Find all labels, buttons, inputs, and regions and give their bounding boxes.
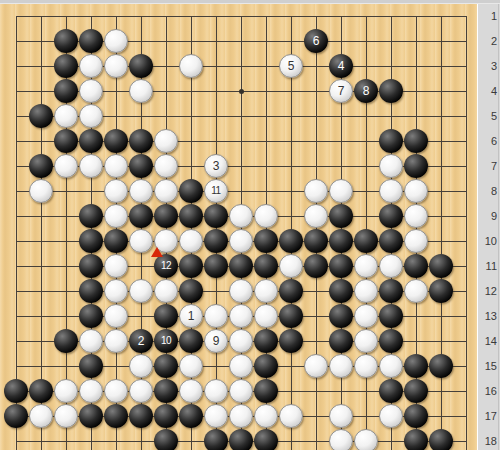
stone-white[interactable] (154, 129, 178, 153)
stone-black[interactable] (4, 404, 28, 428)
stone-white[interactable] (404, 279, 428, 303)
stone-white[interactable] (104, 204, 128, 228)
stone-black[interactable] (129, 54, 153, 78)
stone-black[interactable] (79, 204, 103, 228)
stone-white[interactable] (354, 329, 378, 353)
row-label: 9 (479, 210, 497, 222)
stone-black[interactable] (404, 354, 428, 378)
stone-white[interactable] (79, 104, 103, 128)
row-label: 1 (479, 10, 497, 22)
stone-black[interactable] (229, 429, 253, 450)
row-label: 4 (479, 85, 497, 97)
stone-black[interactable] (329, 304, 353, 328)
stone-white[interactable] (29, 179, 53, 203)
stone-black[interactable] (429, 254, 453, 278)
stone-black[interactable] (254, 254, 278, 278)
stone-black[interactable] (79, 229, 103, 253)
row-label: 15 (479, 360, 497, 372)
row-label: 16 (479, 385, 497, 397)
stone-white[interactable] (54, 104, 78, 128)
stone-white[interactable] (354, 279, 378, 303)
row-label: 10 (479, 235, 497, 247)
stone-white[interactable] (179, 379, 203, 403)
stone-black[interactable] (379, 129, 403, 153)
stone-black[interactable] (404, 254, 428, 278)
stone-white[interactable] (279, 404, 303, 428)
row-label: 14 (479, 335, 497, 347)
stone-black[interactable] (379, 79, 403, 103)
stone-white[interactable] (379, 254, 403, 278)
stone-black[interactable] (404, 379, 428, 403)
stone-black[interactable] (104, 404, 128, 428)
move-number: 8 (354, 79, 378, 103)
stone-white[interactable] (129, 229, 153, 253)
stone-black[interactable] (79, 129, 103, 153)
row-label: 7 (479, 160, 497, 172)
stone-white[interactable] (204, 404, 228, 428)
row-label: 5 (479, 110, 497, 122)
stone-black[interactable] (204, 229, 228, 253)
stone-black[interactable] (379, 204, 403, 228)
stone-black[interactable] (204, 254, 228, 278)
stone-black[interactable] (4, 379, 28, 403)
stone-white[interactable] (254, 404, 278, 428)
stone-black[interactable] (154, 404, 178, 428)
stone-white[interactable] (154, 279, 178, 303)
move-number: 5 (280, 55, 302, 77)
row-label: 13 (479, 310, 497, 322)
stone-white[interactable] (229, 379, 253, 403)
stone-black[interactable] (79, 354, 103, 378)
stone-black[interactable] (429, 279, 453, 303)
window-top-border (0, 0, 500, 4)
stone-black[interactable] (379, 329, 403, 353)
row-number-strip: 123456789101112131415161718 (477, 0, 500, 450)
stone-white[interactable]: 11 (204, 179, 228, 203)
stone-white[interactable] (404, 204, 428, 228)
row-label: 3 (479, 60, 497, 72)
stone-white[interactable] (229, 354, 253, 378)
stone-black[interactable] (404, 404, 428, 428)
stone-white[interactable] (404, 179, 428, 203)
stone-black[interactable] (329, 254, 353, 278)
stone-white[interactable] (379, 354, 403, 378)
stone-white[interactable] (354, 254, 378, 278)
stone-white[interactable] (229, 404, 253, 428)
stone-white[interactable] (329, 354, 353, 378)
stone-black[interactable] (179, 329, 203, 353)
stone-black[interactable] (404, 429, 428, 450)
stone-black[interactable] (104, 129, 128, 153)
stone-black[interactable] (29, 154, 53, 178)
row-label: 18 (479, 435, 497, 447)
stone-white[interactable] (279, 254, 303, 278)
stone-black[interactable] (154, 204, 178, 228)
stone-white[interactable] (104, 379, 128, 403)
stone-black[interactable] (29, 379, 53, 403)
stone-black[interactable] (254, 229, 278, 253)
stone-black[interactable] (179, 254, 203, 278)
stone-white[interactable] (354, 429, 378, 450)
move-number: 6 (304, 29, 328, 53)
stone-black[interactable] (429, 429, 453, 450)
stone-black[interactable] (29, 104, 53, 128)
stone-black[interactable]: 2 (129, 329, 153, 353)
stone-white[interactable] (254, 279, 278, 303)
stone-white[interactable] (379, 404, 403, 428)
stone-white[interactable] (329, 429, 353, 450)
stone-black[interactable]: 6 (304, 29, 328, 53)
stone-white[interactable] (229, 279, 253, 303)
stone-black[interactable] (79, 29, 103, 53)
stone-black[interactable] (79, 304, 103, 328)
stone-black[interactable] (54, 54, 78, 78)
stone-white[interactable] (129, 279, 153, 303)
star-point (239, 89, 244, 94)
stone-white[interactable] (229, 304, 253, 328)
stone-black[interactable]: 4 (329, 54, 353, 78)
row-label: 6 (479, 135, 497, 147)
stone-black[interactable] (229, 254, 253, 278)
stone-black[interactable] (179, 279, 203, 303)
stone-white[interactable] (104, 54, 128, 78)
stone-black[interactable] (79, 404, 103, 428)
stone-black[interactable] (379, 304, 403, 328)
stone-white[interactable] (129, 79, 153, 103)
stone-black[interactable] (179, 204, 203, 228)
stone-white[interactable] (204, 379, 228, 403)
stone-black[interactable] (279, 304, 303, 328)
stone-black[interactable] (254, 379, 278, 403)
stone-black[interactable]: 8 (354, 79, 378, 103)
stone-black[interactable] (204, 204, 228, 228)
strip-inner-line (498, 0, 499, 450)
stone-white[interactable]: 5 (279, 54, 303, 78)
stone-black[interactable] (154, 354, 178, 378)
stone-white[interactable] (204, 304, 228, 328)
stone-white[interactable]: 9 (204, 329, 228, 353)
stone-white[interactable] (104, 179, 128, 203)
stone-white[interactable] (229, 229, 253, 253)
move-number: 9 (205, 330, 227, 352)
stone-black[interactable] (254, 329, 278, 353)
stone-white[interactable] (254, 304, 278, 328)
row-label: 11 (479, 260, 497, 272)
stone-black[interactable] (79, 254, 103, 278)
stone-white[interactable] (129, 354, 153, 378)
stone-white[interactable] (329, 404, 353, 428)
row-label: 8 (479, 185, 497, 197)
stone-white[interactable] (54, 154, 78, 178)
stone-white[interactable] (79, 154, 103, 178)
stone-white[interactable] (154, 154, 178, 178)
stone-white[interactable]: 3 (204, 154, 228, 178)
stone-black[interactable] (329, 329, 353, 353)
stone-black[interactable] (204, 429, 228, 450)
stone-black[interactable] (104, 229, 128, 253)
stone-white[interactable] (254, 204, 278, 228)
move-number: 4 (329, 54, 353, 78)
stone-white[interactable] (354, 304, 378, 328)
stone-white[interactable] (404, 229, 428, 253)
move-number: 12 (154, 254, 178, 278)
stone-black[interactable] (304, 254, 328, 278)
stone-black[interactable] (54, 329, 78, 353)
move-number: 1 (180, 305, 202, 327)
stone-white[interactable] (104, 279, 128, 303)
stone-black[interactable] (79, 279, 103, 303)
stone-black[interactable] (329, 204, 353, 228)
stone-white[interactable] (154, 179, 178, 203)
stone-white[interactable] (104, 304, 128, 328)
row-label: 2 (479, 35, 497, 47)
stone-white[interactable] (379, 179, 403, 203)
stone-white[interactable] (329, 179, 353, 203)
stone-white[interactable] (179, 54, 203, 78)
stone-black[interactable] (404, 154, 428, 178)
stone-black[interactable] (254, 429, 278, 450)
stone-white[interactable] (129, 379, 153, 403)
stone-white[interactable] (354, 354, 378, 378)
stone-white[interactable] (104, 29, 128, 53)
stone-black[interactable] (404, 129, 428, 153)
stone-white[interactable] (29, 404, 53, 428)
stone-white[interactable] (379, 154, 403, 178)
stone-black[interactable] (129, 154, 153, 178)
stone-white[interactable] (79, 79, 103, 103)
goban[interactable]: 654783111212109 (0, 0, 477, 450)
stone-white[interactable]: 1 (179, 304, 203, 328)
stone-white[interactable] (104, 329, 128, 353)
move-number: 11 (205, 180, 227, 202)
stone-black[interactable] (54, 79, 78, 103)
row-label: 17 (479, 410, 497, 422)
stone-black[interactable] (129, 404, 153, 428)
stone-black[interactable] (254, 354, 278, 378)
stone-black[interactable] (154, 429, 178, 450)
move-number: 7 (330, 80, 352, 102)
move-number: 3 (205, 155, 227, 177)
go-app-window: 654783111212109 123456789101112131415161… (0, 0, 500, 450)
stone-black[interactable] (379, 279, 403, 303)
stone-black[interactable] (329, 229, 353, 253)
stone-black[interactable] (379, 229, 403, 253)
stone-black[interactable] (429, 354, 453, 378)
stone-black[interactable] (279, 279, 303, 303)
stone-white[interactable] (54, 379, 78, 403)
stone-white[interactable] (304, 204, 328, 228)
stone-black[interactable] (329, 279, 353, 303)
stone-black[interactable] (129, 129, 153, 153)
stone-white[interactable] (304, 354, 328, 378)
stone-black[interactable] (379, 379, 403, 403)
move-number: 2 (129, 329, 153, 353)
stone-white[interactable] (129, 179, 153, 203)
stone-black[interactable] (54, 29, 78, 53)
stone-white[interactable] (79, 54, 103, 78)
stone-white[interactable]: 7 (329, 79, 353, 103)
stone-black[interactable]: 12 (154, 254, 178, 278)
stone-black[interactable] (354, 229, 378, 253)
stone-white[interactable] (229, 204, 253, 228)
stone-white[interactable] (179, 229, 203, 253)
stone-black[interactable] (179, 179, 203, 203)
stone-black[interactable] (154, 379, 178, 403)
stone-black[interactable] (54, 129, 78, 153)
move-number: 10 (154, 329, 178, 353)
stone-black[interactable] (129, 204, 153, 228)
stone-white[interactable] (304, 179, 328, 203)
stone-black[interactable]: 10 (154, 329, 178, 353)
stone-white[interactable] (179, 354, 203, 378)
stone-black[interactable] (304, 229, 328, 253)
last-move-marker-triangle (151, 247, 163, 257)
stone-white[interactable] (54, 404, 78, 428)
stone-white[interactable] (79, 329, 103, 353)
row-label: 12 (479, 285, 497, 297)
stone-white[interactable] (229, 329, 253, 353)
stone-black[interactable] (154, 304, 178, 328)
stone-white[interactable] (104, 254, 128, 278)
stone-black[interactable] (179, 404, 203, 428)
stone-black[interactable] (279, 229, 303, 253)
stone-white[interactable] (79, 379, 103, 403)
stone-white[interactable] (104, 154, 128, 178)
stone-black[interactable] (279, 329, 303, 353)
